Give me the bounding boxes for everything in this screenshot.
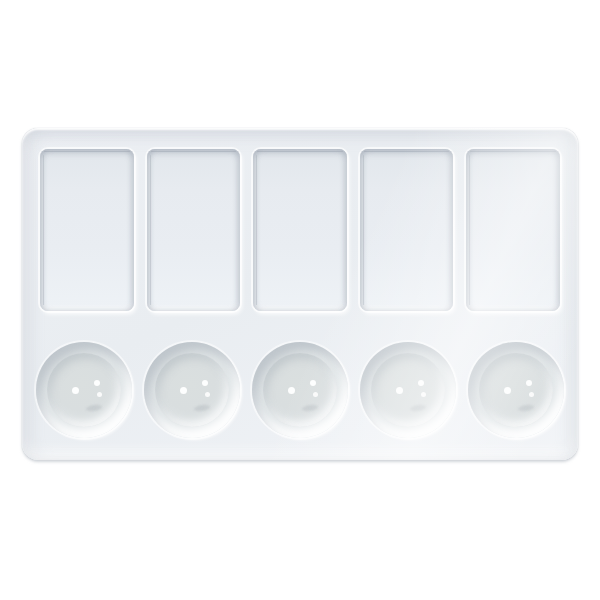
round-well-4 (360, 342, 456, 438)
round-well-1 (36, 342, 132, 438)
round-well-3 (252, 342, 348, 438)
specular-highlight (504, 387, 511, 394)
photo-background (0, 0, 600, 600)
specular-highlight (72, 387, 79, 394)
well-bowl (263, 353, 338, 428)
rectangular-well-4 (360, 149, 454, 311)
round-well-5 (468, 342, 564, 438)
round-well-2 (144, 342, 240, 438)
rectangular-well-5 (466, 149, 560, 311)
specular-highlight (288, 387, 295, 394)
specular-highlight (396, 387, 403, 394)
well-bowl (371, 353, 446, 428)
rectangular-well-2 (147, 149, 241, 311)
rectangular-well-1 (40, 149, 134, 311)
specular-highlight (180, 387, 187, 394)
rectangular-well-3 (253, 149, 347, 311)
rectangular-well-row (40, 149, 560, 311)
well-bowl (47, 353, 122, 428)
round-well-row (36, 342, 564, 438)
paint-palette-tray (22, 128, 578, 460)
well-bowl (479, 353, 554, 428)
well-bowl (155, 353, 230, 428)
